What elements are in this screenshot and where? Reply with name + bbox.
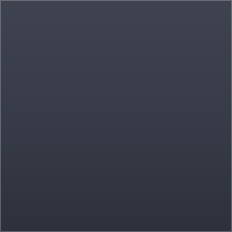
chess-board-frame [0,0,232,232]
chess-board [8,8,224,224]
